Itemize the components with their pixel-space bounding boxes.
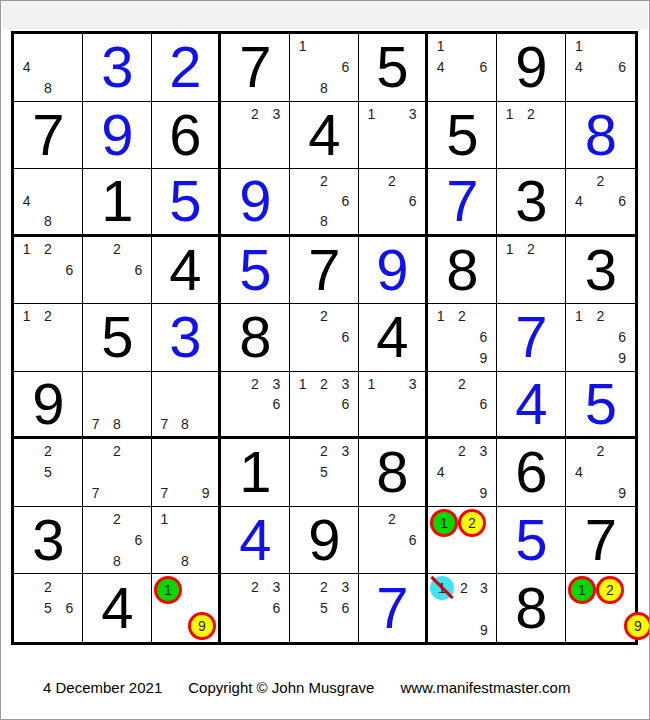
candidate-digit-2: 2 — [320, 377, 328, 391]
cell-r7c9[interactable]: 249 — [566, 439, 635, 507]
candidate-slot-3 — [473, 374, 494, 394]
candidate-slot-2 — [590, 36, 612, 57]
candidate-slot-9: 9 — [473, 348, 494, 369]
cell-r2c3[interactable]: 6 — [152, 102, 221, 170]
candidate-slot-8 — [244, 414, 265, 434]
candidate-slot-1: 1 — [499, 239, 520, 260]
candidate-digit-5: 5 — [320, 465, 328, 479]
cell-r5c3[interactable]: 3 — [152, 304, 221, 372]
candidate-digit-2: 2 — [597, 444, 605, 458]
candidate-slot-4 — [568, 327, 590, 348]
candidate-slot-3 — [542, 239, 563, 260]
candidate-slot-9 — [335, 348, 356, 369]
candidate-digit-8: 8 — [44, 81, 52, 95]
candidate-digit-2: 2 — [251, 107, 259, 121]
cell-r5c2[interactable]: 5 — [83, 304, 152, 372]
cell-r5c4[interactable]: 8 — [221, 304, 290, 372]
cell-r1c5[interactable]: 168 — [290, 34, 359, 102]
candidate-slot-2: 2 — [520, 239, 541, 260]
candidate-digit-6: 6 — [134, 263, 142, 277]
candidate-slot-4 — [85, 394, 106, 414]
candidate-slot-6: 6 — [335, 327, 356, 348]
candidate-slot-2: 2 — [106, 509, 127, 530]
candidate-slot-4 — [154, 604, 182, 612]
candidate-slot-7 — [568, 78, 590, 99]
cell-r9c6[interactable]: 7 — [359, 574, 428, 642]
cell-r8c9[interactable]: 7 — [566, 507, 635, 575]
cell-r3c1[interactable]: 48 — [14, 169, 83, 237]
candidate-digit-9-yellow: 9 — [624, 612, 650, 640]
cell-r7c5[interactable]: 235 — [290, 439, 359, 507]
candidate-slot-6: 6 — [611, 57, 633, 78]
cell-r4c3[interactable]: 4 — [152, 237, 221, 305]
candidate-slot-6 — [59, 327, 80, 348]
cell-r9c7[interactable]: 1239 — [428, 574, 497, 642]
candidate-slot-4: 4 — [568, 191, 590, 211]
candidate-slot-9: 9 — [624, 612, 650, 640]
cell-r6c2[interactable]: 78 — [83, 372, 152, 440]
candidates: 1236 — [292, 374, 356, 435]
candidate-digit-3: 3 — [272, 107, 280, 121]
sudoku-board: 4832716851469146796234135128481592682673… — [11, 31, 638, 645]
cell-r6c1[interactable]: 9 — [14, 372, 83, 440]
candidate-slot-4 — [292, 57, 313, 78]
candidate-slot-1: 1 — [568, 306, 590, 327]
cell-r9c9[interactable]: 129 — [566, 574, 635, 642]
candidate-digit-1-cyan-strike: 1 — [430, 576, 454, 600]
cell-r2c9[interactable]: 8 — [566, 102, 635, 170]
big-digit: 8 — [239, 308, 270, 366]
candidate-slot-8 — [313, 618, 334, 639]
candidate-slot-6: 6 — [402, 191, 423, 211]
cell-r7c7[interactable]: 2349 — [428, 439, 497, 507]
cell-r8c5[interactable]: 9 — [290, 507, 359, 575]
candidate-slot-8: 8 — [106, 414, 127, 434]
cell-r1c7[interactable]: 146 — [428, 34, 497, 102]
candidate-slot-4 — [223, 597, 244, 618]
candidate-slot-5 — [106, 462, 127, 483]
candidate-slot-9 — [335, 211, 356, 231]
candidate-slot-3 — [624, 576, 650, 604]
candidate-slot-3 — [59, 171, 80, 191]
candidates: 1269 — [568, 306, 633, 369]
candidate-slot-4 — [223, 124, 244, 145]
candidates: 19 — [154, 576, 216, 640]
candidate-slot-4 — [292, 191, 313, 211]
big-digit: 7 — [32, 106, 63, 164]
cell-r6c9[interactable]: 5 — [566, 372, 635, 440]
candidate-slot-4 — [361, 124, 382, 145]
candidate-slot-3 — [195, 509, 216, 530]
candidate-digit-1-green: 1 — [430, 509, 458, 537]
candidate-slot-1 — [154, 441, 175, 462]
candidate-slot-5 — [382, 191, 403, 211]
candidate-slot-9 — [402, 414, 423, 434]
cell-r7c3[interactable]: 79 — [152, 439, 221, 507]
cell-r6c4[interactable]: 236 — [221, 372, 290, 440]
candidate-slot-4 — [16, 462, 37, 483]
candidate-slot-2: 2 — [37, 441, 58, 462]
candidate-slot-5 — [451, 327, 472, 348]
candidate-slot-1: 1 — [568, 576, 596, 604]
candidate-slot-8: 8 — [37, 78, 58, 99]
candidate-slot-2: 2 — [313, 171, 334, 191]
candidate-slot-7 — [292, 211, 313, 231]
candidate-slot-8 — [37, 280, 58, 301]
candidate-slot-5 — [244, 597, 265, 618]
candidate-slot-8 — [37, 483, 58, 504]
candidate-slot-4 — [292, 327, 313, 348]
candidate-slot-8 — [451, 414, 472, 434]
candidate-digit-9: 9 — [202, 486, 210, 500]
candidate-slot-1: 1 — [154, 509, 175, 530]
candidate-slot-9: 9 — [611, 348, 633, 369]
candidate-slot-4 — [85, 462, 106, 483]
cell-r4c9[interactable]: 3 — [566, 237, 635, 305]
candidate-slot-3: 3 — [335, 576, 356, 597]
cell-r3c6[interactable]: 26 — [359, 169, 428, 237]
candidate-slot-1 — [85, 239, 106, 260]
candidate-slot-3 — [59, 36, 80, 57]
cell-r3c8[interactable]: 3 — [497, 169, 566, 237]
candidate-slot-6 — [195, 462, 216, 483]
big-digit: 2 — [169, 38, 200, 96]
big-digit: 7 — [585, 511, 616, 569]
candidate-slot-7 — [361, 211, 382, 231]
cell-r8c7[interactable]: 12 — [428, 507, 497, 575]
candidate-slot-8 — [520, 145, 541, 166]
candidate-slot-8: 8 — [106, 550, 127, 571]
cell-r8c4[interactable]: 4 — [221, 507, 290, 575]
candidate-slot-2: 2 — [37, 239, 58, 260]
cell-r3c7[interactable]: 7 — [428, 169, 497, 237]
candidate-slot-3 — [611, 441, 633, 462]
candidate-digit-4: 4 — [23, 194, 31, 208]
candidate-digit-1-green: 1 — [154, 576, 182, 604]
candidates: 146 — [568, 36, 633, 99]
cell-r4c5[interactable]: 7 — [290, 237, 359, 305]
cell-r3c9[interactable]: 246 — [566, 169, 635, 237]
candidate-slot-3 — [128, 509, 149, 530]
candidate-slot-5 — [106, 529, 127, 550]
big-digit: 9 — [308, 511, 339, 569]
candidate-slot-1 — [85, 441, 106, 462]
candidate-slot-5: 5 — [313, 597, 334, 618]
cell-r9c8[interactable]: 8 — [497, 574, 566, 642]
candidates: 13 — [361, 104, 423, 167]
candidate-slot-9 — [402, 145, 423, 166]
cell-r1c1[interactable]: 48 — [14, 34, 83, 102]
candidate-digit-9: 9 — [479, 486, 487, 500]
cell-r2c7[interactable]: 5 — [428, 102, 497, 170]
cell-r7c6[interactable]: 8 — [359, 439, 428, 507]
candidate-slot-5 — [106, 259, 127, 280]
candidate-slot-1 — [16, 36, 37, 57]
big-digit: 6 — [169, 106, 200, 164]
candidate-slot-7: 7 — [154, 483, 175, 504]
cell-r7c8[interactable]: 6 — [497, 439, 566, 507]
candidate-digit-2: 2 — [388, 512, 396, 526]
candidate-slot-7: 7 — [85, 414, 106, 434]
candidate-digit-1: 1 — [299, 377, 307, 391]
cell-r2c2[interactable]: 9 — [83, 102, 152, 170]
candidate-digit-2: 2 — [44, 444, 52, 458]
cell-r7c4[interactable]: 1 — [221, 439, 290, 507]
candidates: 146 — [430, 36, 494, 99]
candidate-digit-1: 1 — [575, 39, 583, 53]
candidate-slot-2 — [451, 36, 472, 57]
candidate-slot-5 — [37, 191, 58, 211]
candidate-digit-6: 6 — [618, 194, 626, 208]
candidate-slot-6: 6 — [335, 597, 356, 618]
candidate-slot-9 — [128, 483, 149, 504]
candidates: 13 — [361, 374, 423, 435]
footer-date: 4 December 2021 — [43, 679, 162, 696]
candidate-digit-6: 6 — [272, 397, 280, 411]
cell-r1c4[interactable]: 7 — [221, 34, 290, 102]
cell-r2c6[interactable]: 13 — [359, 102, 428, 170]
candidate-slot-4 — [154, 394, 175, 414]
candidate-slot-6: 6 — [266, 597, 287, 618]
big-digit: 5 — [446, 106, 477, 164]
candidate-slot-5: 5 — [37, 462, 58, 483]
cell-r9c3[interactable]: 19 — [152, 574, 221, 642]
candidate-slot-2 — [37, 36, 58, 57]
candidate-slot-9 — [195, 414, 216, 434]
big-digit: 7 — [239, 38, 270, 96]
candidate-digit-1: 1 — [437, 39, 445, 53]
candidate-slot-5 — [520, 259, 541, 280]
candidate-slot-6: 6 — [335, 57, 356, 78]
candidate-slot-6 — [195, 394, 216, 414]
candidate-digit-6: 6 — [409, 194, 417, 208]
cell-r6c8[interactable]: 4 — [497, 372, 566, 440]
candidate-digit-4: 4 — [437, 465, 445, 479]
candidate-slot-8 — [106, 483, 127, 504]
candidate-slot-9 — [59, 211, 80, 231]
candidate-slot-6 — [128, 462, 149, 483]
candidate-slot-6 — [473, 462, 494, 483]
cell-r8c3[interactable]: 18 — [152, 507, 221, 575]
candidate-slot-8 — [451, 348, 472, 369]
candidate-slot-2: 2 — [382, 171, 403, 191]
candidate-slot-4 — [292, 597, 313, 618]
candidates: 236 — [223, 576, 287, 640]
candidate-slot-2: 2 — [590, 306, 612, 327]
candidate-slot-1: 1 — [16, 239, 37, 260]
big-digit: 9 — [101, 106, 132, 164]
candidate-digit-3: 3 — [409, 107, 417, 121]
candidate-slot-2: 2 — [313, 306, 334, 327]
cell-r5c7[interactable]: 1269 — [428, 304, 497, 372]
candidate-slot-2: 2 — [382, 509, 403, 530]
cell-r9c2[interactable]: 4 — [83, 574, 152, 642]
candidates: 12 — [430, 509, 494, 572]
cell-r1c6[interactable]: 5 — [359, 34, 428, 102]
candidate-slot-6 — [59, 462, 80, 483]
candidate-slot-2: 2 — [37, 306, 58, 327]
cell-r5c8[interactable]: 7 — [497, 304, 566, 372]
candidate-slot-5 — [313, 327, 334, 348]
candidates: 12 — [499, 239, 563, 302]
candidates: 12 — [16, 306, 80, 369]
candidate-slot-1: 1 — [568, 36, 590, 57]
footer-copyright: Copyright © John Musgrave — [188, 679, 374, 696]
candidate-slot-2: 2 — [451, 374, 472, 394]
cell-r3c4[interactable]: 9 — [221, 169, 290, 237]
candidates: 18 — [154, 509, 216, 572]
candidate-slot-2 — [37, 171, 58, 191]
candidate-digit-4: 4 — [575, 194, 583, 208]
candidate-slot-7 — [292, 78, 313, 99]
cell-r9c4[interactable]: 236 — [221, 574, 290, 642]
cell-r7c2[interactable]: 27 — [83, 439, 152, 507]
candidate-slot-8 — [175, 483, 196, 504]
candidate-slot-7 — [568, 211, 590, 231]
candidate-slot-7 — [292, 348, 313, 369]
candidate-slot-3: 3 — [266, 374, 287, 394]
candidate-slot-4 — [154, 462, 175, 483]
cell-r2c4[interactable]: 23 — [221, 102, 290, 170]
cell-r3c5[interactable]: 268 — [290, 169, 359, 237]
candidate-slot-2: 2 — [454, 576, 474, 600]
candidate-digit-5: 5 — [320, 601, 328, 615]
cell-r2c8[interactable]: 12 — [497, 102, 566, 170]
cell-r4c1[interactable]: 126 — [14, 237, 83, 305]
candidate-slot-5 — [454, 600, 474, 620]
cell-r1c9[interactable]: 146 — [566, 34, 635, 102]
candidate-slot-2: 2 — [451, 306, 472, 327]
candidate-slot-6 — [402, 394, 423, 414]
candidate-slot-1 — [430, 441, 451, 462]
candidate-slot-1 — [16, 441, 37, 462]
candidate-slot-6: 6 — [402, 529, 423, 550]
cell-r6c5[interactable]: 1236 — [290, 372, 359, 440]
cell-r8c8[interactable]: 5 — [497, 507, 566, 575]
cell-r5c5[interactable]: 26 — [290, 304, 359, 372]
candidate-slot-9 — [266, 618, 287, 639]
candidate-slot-7 — [430, 620, 454, 640]
candidate-slot-7 — [223, 618, 244, 639]
candidate-slot-1: 1 — [292, 374, 313, 394]
candidate-slot-6: 6 — [473, 57, 494, 78]
candidate-slot-3 — [473, 306, 494, 327]
cell-r6c6[interactable]: 13 — [359, 372, 428, 440]
candidate-slot-6: 6 — [611, 327, 633, 348]
candidates: 129 — [568, 576, 633, 640]
candidate-digit-7: 7 — [92, 486, 100, 500]
candidate-slot-4 — [361, 191, 382, 211]
cell-r9c1[interactable]: 256 — [14, 574, 83, 642]
cell-r4c6[interactable]: 9 — [359, 237, 428, 305]
candidate-slot-3: 3 — [335, 441, 356, 462]
candidate-slot-9 — [611, 78, 633, 99]
candidate-slot-5 — [244, 394, 265, 414]
candidate-slot-1 — [292, 576, 313, 597]
candidate-slot-4 — [16, 597, 37, 618]
candidate-slot-4 — [292, 462, 313, 483]
candidate-slot-1: 1 — [430, 36, 451, 57]
candidate-slot-2 — [175, 441, 196, 462]
big-digit: 6 — [515, 443, 546, 501]
cell-r1c2[interactable]: 3 — [83, 34, 152, 102]
candidate-slot-4 — [430, 394, 451, 414]
candidates: 126 — [16, 239, 80, 302]
candidate-slot-4: 4 — [16, 57, 37, 78]
cell-r4c2[interactable]: 26 — [83, 237, 152, 305]
candidate-digit-2: 2 — [458, 309, 466, 323]
candidate-slot-8: 8 — [175, 550, 196, 571]
candidates: 2349 — [430, 441, 494, 504]
cell-r8c1[interactable]: 3 — [14, 507, 83, 575]
candidate-slot-5: 5 — [37, 597, 58, 618]
candidate-slot-9 — [335, 483, 356, 504]
cell-r9c5[interactable]: 2356 — [290, 574, 359, 642]
candidate-digit-3: 3 — [341, 444, 349, 458]
candidate-slot-3 — [195, 441, 216, 462]
candidate-slot-3: 3 — [266, 104, 287, 125]
candidates: 48 — [16, 171, 80, 232]
candidate-slot-7 — [154, 612, 182, 640]
candidate-slot-7 — [430, 554, 458, 571]
candidate-slot-4 — [223, 394, 244, 414]
footer: 4 December 2021 Copyright © John Musgrav… — [43, 679, 570, 696]
cell-r4c7[interactable]: 8 — [428, 237, 497, 305]
candidate-slot-8 — [454, 620, 474, 640]
candidate-slot-3 — [59, 239, 80, 260]
candidate-digit-6: 6 — [65, 601, 73, 615]
candidate-slot-3: 3 — [335, 374, 356, 394]
cell-r5c6[interactable]: 4 — [359, 304, 428, 372]
cell-r1c3[interactable]: 2 — [152, 34, 221, 102]
cell-r6c3[interactable]: 78 — [152, 372, 221, 440]
candidate-slot-8 — [37, 348, 58, 369]
big-digit: 1 — [239, 443, 270, 501]
candidate-slot-6 — [402, 124, 423, 145]
candidate-digit-4: 4 — [437, 60, 445, 74]
candidate-slot-1: 1 — [361, 104, 382, 125]
candidate-slot-7 — [223, 414, 244, 434]
candidate-slot-1: 1 — [430, 576, 454, 600]
cell-r5c9[interactable]: 1269 — [566, 304, 635, 372]
cell-r2c5[interactable]: 4 — [290, 102, 359, 170]
candidate-slot-3 — [128, 239, 149, 260]
candidates: 12 — [499, 104, 563, 167]
big-digit: 3 — [585, 241, 616, 299]
candidate-slot-3 — [128, 441, 149, 462]
candidate-digit-6: 6 — [341, 397, 349, 411]
cell-r2c1[interactable]: 7 — [14, 102, 83, 170]
candidate-slot-5 — [451, 462, 472, 483]
candidate-slot-6 — [624, 604, 650, 612]
cell-r8c2[interactable]: 268 — [83, 507, 152, 575]
cell-r3c3[interactable]: 5 — [152, 169, 221, 237]
cell-r4c8[interactable]: 12 — [497, 237, 566, 305]
cell-r1c8[interactable]: 9 — [497, 34, 566, 102]
cell-r5c1[interactable]: 12 — [14, 304, 83, 372]
cell-r6c7[interactable]: 26 — [428, 372, 497, 440]
big-digit: 3 — [32, 511, 63, 569]
big-digit: 7 — [308, 241, 339, 299]
cell-r4c4[interactable]: 5 — [221, 237, 290, 305]
candidate-slot-6: 6 — [59, 597, 80, 618]
cell-r7c1[interactable]: 25 — [14, 439, 83, 507]
candidate-digit-4: 4 — [23, 60, 31, 74]
candidate-slot-9 — [402, 550, 423, 571]
candidates: 26 — [361, 509, 423, 572]
cell-r8c6[interactable]: 26 — [359, 507, 428, 575]
cell-r3c2[interactable]: 1 — [83, 169, 152, 237]
